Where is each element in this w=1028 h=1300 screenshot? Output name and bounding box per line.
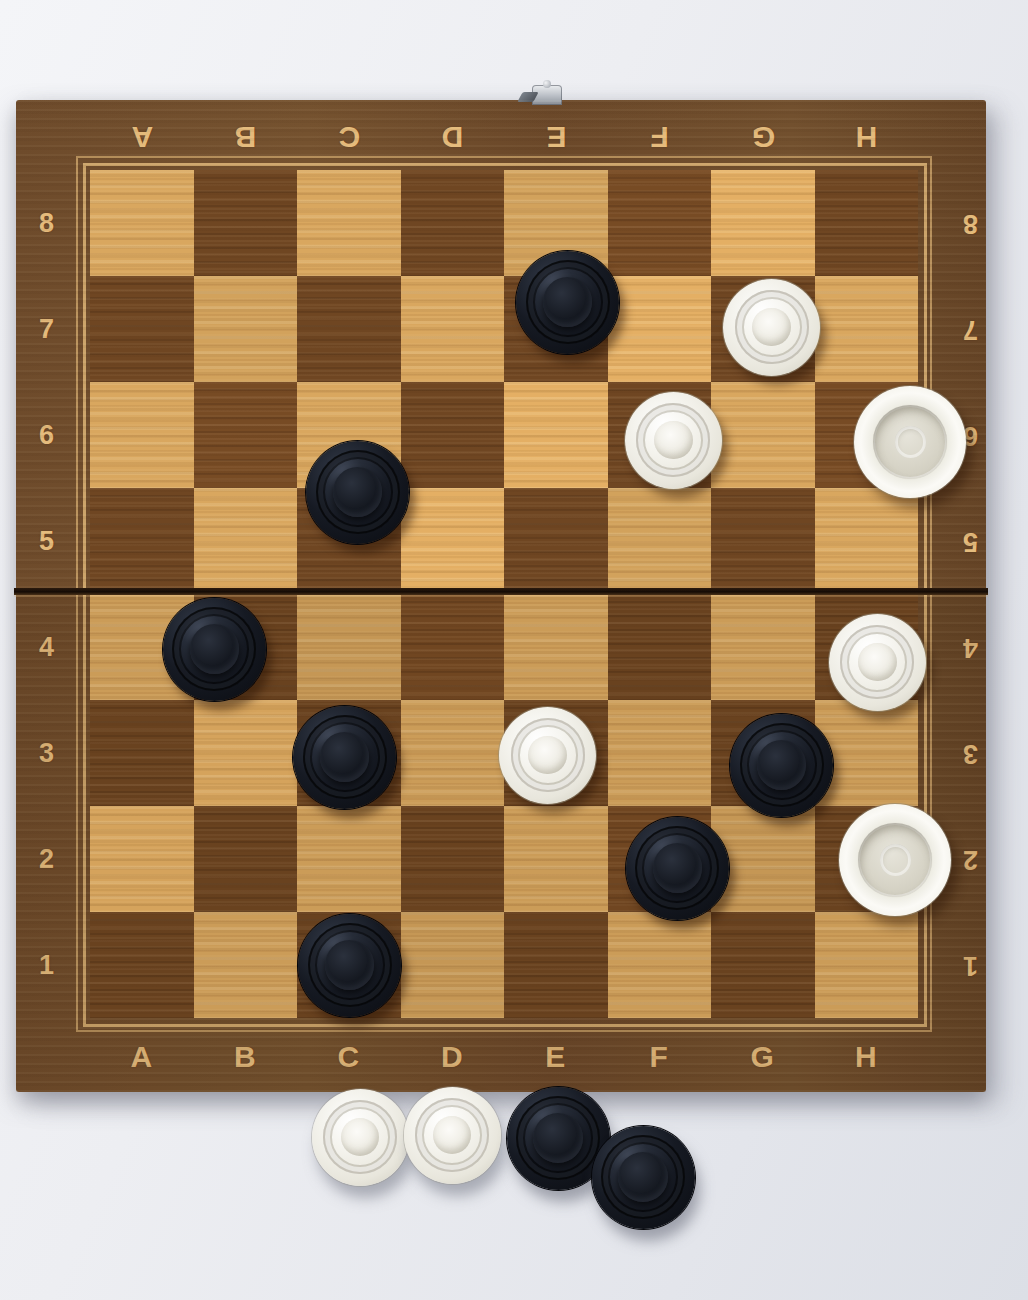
file-label-bottom-d: D: [441, 1040, 464, 1074]
square-c7[interactable]: [297, 276, 401, 382]
file-label-bottom-a: A: [130, 1040, 153, 1074]
square-e4[interactable]: [504, 594, 608, 700]
square-h1[interactable]: [815, 912, 919, 1018]
square-f1[interactable]: [608, 912, 712, 1018]
rank-label-right-2: 2: [962, 844, 978, 875]
checker-white-g7[interactable]: [723, 279, 820, 376]
square-e6[interactable]: [504, 382, 608, 488]
square-f7[interactable]: [608, 276, 712, 382]
rank-label-left-5: 5: [39, 526, 55, 557]
file-label-bottom-b: B: [234, 1040, 257, 1074]
square-b3[interactable]: [194, 700, 298, 806]
square-a6[interactable]: [90, 382, 194, 488]
file-label-bottom-f: F: [650, 1040, 669, 1074]
square-g5[interactable]: [711, 488, 815, 594]
file-label-top-g: G: [751, 120, 775, 154]
checker-black-f2[interactable]: [626, 817, 729, 920]
square-h8[interactable]: [815, 170, 919, 276]
square-c4[interactable]: [297, 594, 401, 700]
square-f3[interactable]: [608, 700, 712, 806]
checker-white-offboard-2[interactable]: [404, 1087, 501, 1184]
file-label-top-d: D: [441, 120, 464, 154]
checker-black-g3[interactable]: [730, 714, 833, 817]
photo-background: ABCDEFGHABCDEFGH8765432187654321: [0, 0, 1028, 1300]
square-a8[interactable]: [90, 170, 194, 276]
square-a7[interactable]: [90, 276, 194, 382]
rank-label-right-3: 3: [962, 738, 978, 769]
rank-label-left-1: 1: [39, 950, 55, 981]
hinge-icon: [532, 85, 562, 105]
checker-black-offboard-4[interactable]: [592, 1126, 695, 1229]
square-f8[interactable]: [608, 170, 712, 276]
checker-white-h2[interactable]: [839, 804, 951, 916]
file-label-bottom-c: C: [337, 1040, 360, 1074]
rank-label-left-3: 3: [39, 738, 55, 769]
square-h5[interactable]: [815, 488, 919, 594]
square-d1[interactable]: [401, 912, 505, 1018]
rank-label-left-8: 8: [39, 208, 55, 239]
file-label-top-h: H: [855, 120, 878, 154]
square-f4[interactable]: [608, 594, 712, 700]
square-d3[interactable]: [401, 700, 505, 806]
file-label-top-f: F: [650, 120, 669, 154]
checker-white-f6[interactable]: [625, 392, 722, 489]
square-e2[interactable]: [504, 806, 608, 912]
rank-label-right-5: 5: [962, 526, 978, 557]
checker-black-e7[interactable]: [516, 251, 619, 354]
square-e1[interactable]: [504, 912, 608, 1018]
rank-label-left-4: 4: [39, 632, 55, 663]
file-label-top-b: B: [234, 120, 257, 154]
rank-label-right-7: 7: [962, 314, 978, 345]
rank-label-left-7: 7: [39, 314, 55, 345]
square-c2[interactable]: [297, 806, 401, 912]
file-label-bottom-g: G: [751, 1040, 775, 1074]
checker-white-h4[interactable]: [829, 614, 926, 711]
checker-white-h6[interactable]: [854, 386, 966, 498]
checkers-board: ABCDEFGHABCDEFGH8765432187654321: [16, 100, 986, 1092]
square-b6[interactable]: [194, 382, 298, 488]
square-g6[interactable]: [711, 382, 815, 488]
rank-label-right-1: 1: [962, 950, 978, 981]
square-f5[interactable]: [608, 488, 712, 594]
square-b7[interactable]: [194, 276, 298, 382]
square-b2[interactable]: [194, 806, 298, 912]
file-label-bottom-h: H: [855, 1040, 878, 1074]
square-e5[interactable]: [504, 488, 608, 594]
square-a2[interactable]: [90, 806, 194, 912]
file-label-bottom-e: E: [545, 1040, 566, 1074]
file-label-top-a: A: [130, 120, 153, 154]
square-d6[interactable]: [401, 382, 505, 488]
file-label-top-c: C: [337, 120, 360, 154]
checker-black-c1[interactable]: [298, 914, 401, 1017]
checker-black-c3[interactable]: [293, 706, 396, 809]
square-d2[interactable]: [401, 806, 505, 912]
checker-black-b4[interactable]: [163, 598, 266, 701]
square-b8[interactable]: [194, 170, 298, 276]
square-d7[interactable]: [401, 276, 505, 382]
square-a5[interactable]: [90, 488, 194, 594]
checker-black-c5[interactable]: [306, 441, 409, 544]
square-g1[interactable]: [711, 912, 815, 1018]
square-a1[interactable]: [90, 912, 194, 1018]
square-c8[interactable]: [297, 170, 401, 276]
rank-label-left-2: 2: [39, 844, 55, 875]
square-d4[interactable]: [401, 594, 505, 700]
square-a3[interactable]: [90, 700, 194, 806]
rank-label-left-6: 6: [39, 420, 55, 451]
square-g8[interactable]: [711, 170, 815, 276]
checker-white-offboard-1[interactable]: [312, 1089, 409, 1186]
file-label-top-e: E: [545, 120, 566, 154]
square-g4[interactable]: [711, 594, 815, 700]
square-d5[interactable]: [401, 488, 505, 594]
square-h7[interactable]: [815, 276, 919, 382]
square-b5[interactable]: [194, 488, 298, 594]
square-d8[interactable]: [401, 170, 505, 276]
rank-label-right-4: 4: [962, 632, 978, 663]
checker-white-e3[interactable]: [499, 707, 596, 804]
square-b1[interactable]: [194, 912, 298, 1018]
rank-label-right-8: 8: [962, 208, 978, 239]
